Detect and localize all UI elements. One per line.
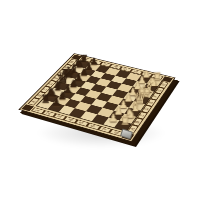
product-photo-scene: ABCDEFGH ABCDEFGH 12345678 12345678 ♜♞♝♛… — [0, 0, 200, 200]
piece-white-rook: ♜ — [117, 115, 134, 127]
piece-black-pawn: ♟ — [48, 98, 65, 108]
